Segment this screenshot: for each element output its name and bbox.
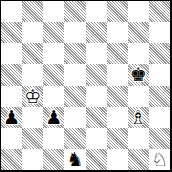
square-h1[interactable]: ♞♘	[149, 149, 170, 170]
square-h7[interactable]	[149, 22, 170, 43]
white-knight[interactable]: ♞♘	[149, 149, 170, 170]
square-b2[interactable]	[22, 128, 43, 149]
square-d1[interactable]: ♞	[64, 149, 85, 170]
square-d4[interactable]	[64, 86, 85, 107]
black-pawn[interactable]: ♟	[1, 107, 22, 128]
square-h5[interactable]	[149, 64, 170, 85]
square-e2[interactable]	[86, 128, 107, 149]
square-g3[interactable]: ♝♗	[128, 107, 149, 128]
square-e8[interactable]	[86, 1, 107, 22]
chess-board: ♚♚♔♟♟♝♗♞♞♘	[0, 0, 172, 172]
square-b5[interactable]	[22, 64, 43, 85]
square-a2[interactable]	[1, 128, 22, 149]
square-c4[interactable]	[43, 86, 64, 107]
square-d7[interactable]	[64, 22, 85, 43]
square-a4[interactable]	[1, 86, 22, 107]
square-c2[interactable]	[43, 128, 64, 149]
white-bishop[interactable]: ♝♗	[128, 107, 149, 128]
black-knight[interactable]: ♞	[64, 149, 85, 170]
square-h6[interactable]	[149, 43, 170, 64]
square-f5[interactable]	[107, 64, 128, 85]
square-h8[interactable]	[149, 1, 170, 22]
square-g8[interactable]	[128, 1, 149, 22]
black-king-glyph: ♚	[130, 65, 147, 84]
square-b6[interactable]	[22, 43, 43, 64]
square-b7[interactable]	[22, 22, 43, 43]
square-g2[interactable]	[128, 128, 149, 149]
black-pawn[interactable]: ♟	[43, 107, 64, 128]
square-d6[interactable]	[64, 43, 85, 64]
square-d3[interactable]	[64, 107, 85, 128]
black-knight-glyph: ♞	[66, 150, 83, 169]
square-d2[interactable]	[64, 128, 85, 149]
square-f8[interactable]	[107, 1, 128, 22]
square-b4[interactable]: ♚♔	[22, 86, 43, 107]
square-a3[interactable]: ♟	[1, 107, 22, 128]
square-c7[interactable]	[43, 22, 64, 43]
square-h2[interactable]	[149, 128, 170, 149]
square-e6[interactable]	[86, 43, 107, 64]
square-e5[interactable]	[86, 64, 107, 85]
square-e1[interactable]	[86, 149, 107, 170]
square-g1[interactable]	[128, 149, 149, 170]
white-knight-glyph: ♘	[151, 150, 168, 169]
square-f3[interactable]	[107, 107, 128, 128]
square-a8[interactable]	[1, 1, 22, 22]
square-d8[interactable]	[64, 1, 85, 22]
square-g5[interactable]: ♚	[128, 64, 149, 85]
square-a1[interactable]	[1, 149, 22, 170]
square-e3[interactable]	[86, 107, 107, 128]
square-f6[interactable]	[107, 43, 128, 64]
square-b1[interactable]	[22, 149, 43, 170]
square-e7[interactable]	[86, 22, 107, 43]
square-b3[interactable]	[22, 107, 43, 128]
square-a5[interactable]	[1, 64, 22, 85]
square-d5[interactable]	[64, 64, 85, 85]
square-h3[interactable]	[149, 107, 170, 128]
black-pawn-glyph: ♟	[45, 108, 62, 127]
square-f1[interactable]	[107, 149, 128, 170]
white-king-glyph: ♔	[24, 87, 41, 106]
square-b8[interactable]	[22, 1, 43, 22]
square-g4[interactable]	[128, 86, 149, 107]
white-bishop-glyph: ♗	[130, 108, 147, 127]
black-king[interactable]: ♚	[128, 64, 149, 85]
square-g7[interactable]	[128, 22, 149, 43]
black-pawn-glyph: ♟	[3, 108, 20, 127]
square-f2[interactable]	[107, 128, 128, 149]
square-c3[interactable]: ♟	[43, 107, 64, 128]
square-e4[interactable]	[86, 86, 107, 107]
square-c6[interactable]	[43, 43, 64, 64]
white-king[interactable]: ♚♔	[22, 86, 43, 107]
square-g6[interactable]	[128, 43, 149, 64]
square-c5[interactable]	[43, 64, 64, 85]
square-c8[interactable]	[43, 1, 64, 22]
square-a7[interactable]	[1, 22, 22, 43]
square-c1[interactable]	[43, 149, 64, 170]
square-f7[interactable]	[107, 22, 128, 43]
square-a6[interactable]	[1, 43, 22, 64]
square-h4[interactable]	[149, 86, 170, 107]
square-f4[interactable]	[107, 86, 128, 107]
